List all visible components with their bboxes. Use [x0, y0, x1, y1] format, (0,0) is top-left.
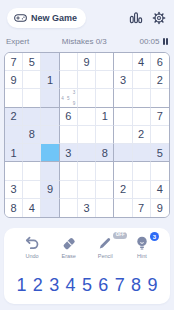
cell-r2c8[interactable] — [133, 71, 151, 89]
new-game-button[interactable]: New Game — [7, 8, 86, 28]
cell-r3c8[interactable] — [133, 89, 151, 107]
cell-r8c7[interactable]: 2 — [114, 181, 132, 199]
cell-r5c8[interactable]: 2 — [133, 126, 151, 144]
numpad-6[interactable]: 6 — [96, 275, 111, 296]
cell-r1c3[interactable] — [41, 53, 59, 71]
digit: 3 — [83, 202, 89, 214]
cell-r7c7[interactable] — [114, 162, 132, 180]
cell-r8c9[interactable]: 4 — [151, 181, 169, 199]
settings-button[interactable] — [151, 11, 166, 26]
cell-r6c6[interactable]: 8 — [96, 144, 114, 162]
cell-r5c6[interactable] — [96, 126, 114, 144]
cell-r5c7[interactable] — [114, 126, 132, 144]
cell-r1c6[interactable] — [96, 53, 114, 71]
cell-r2c4[interactable] — [60, 71, 78, 89]
cell-r5c2[interactable]: 8 — [23, 126, 41, 144]
timer-value: 00:05 — [139, 37, 159, 46]
cell-r8c8[interactable] — [133, 181, 151, 199]
digit: 4 — [157, 183, 163, 195]
digit: 2 — [120, 183, 126, 195]
toolbar-card: Undo Erase Pencil OFF — [4, 228, 170, 304]
numpad-7[interactable]: 7 — [112, 275, 127, 296]
cell-r3c9[interactable] — [151, 89, 169, 107]
cell-r5c5[interactable] — [78, 126, 96, 144]
cell-r3c2[interactable] — [23, 89, 41, 107]
digit: 7 — [11, 56, 17, 68]
cell-r6c3[interactable] — [41, 144, 59, 162]
cell-r1c5[interactable]: 9 — [78, 53, 96, 71]
digit: 4 — [138, 56, 144, 68]
cell-r3c1[interactable] — [5, 89, 23, 107]
undo-button[interactable]: Undo — [18, 235, 46, 259]
numpad-5[interactable]: 5 — [80, 275, 95, 296]
cell-r3c3[interactable] — [41, 89, 59, 107]
cell-r2c2[interactable] — [23, 71, 41, 89]
cell-r7c5[interactable] — [78, 162, 96, 180]
tools-row: Undo Erase Pencil OFF — [10, 235, 164, 259]
cell-r5c4[interactable] — [60, 126, 78, 144]
digit: 5 — [157, 147, 163, 159]
pencil-notes: 3459 — [60, 89, 77, 106]
cell-r4c9[interactable]: 7 — [151, 108, 169, 126]
hint-count-badge: 3 — [150, 232, 159, 241]
hint-label: Hint — [137, 253, 147, 259]
cell-r4c8[interactable] — [133, 108, 151, 126]
digit: 1 — [47, 74, 53, 86]
digit: 1 — [102, 110, 108, 122]
numpad-3[interactable]: 3 — [47, 275, 62, 296]
pencil-off-badge: OFF — [113, 232, 127, 239]
digit: 6 — [65, 110, 71, 122]
digit: 7 — [157, 110, 163, 122]
hint-bulb-icon — [134, 235, 150, 251]
cell-r8c4[interactable] — [60, 181, 78, 199]
cell-r7c9[interactable] — [151, 162, 169, 180]
numpad-9[interactable]: 9 — [145, 275, 160, 296]
numpad-4[interactable]: 4 — [63, 275, 78, 296]
cell-r4c2[interactable] — [23, 108, 41, 126]
cell-r9c1[interactable]: 8 — [5, 199, 23, 217]
numpad-2[interactable]: 2 — [30, 275, 45, 296]
cell-r9c7[interactable] — [114, 199, 132, 217]
digit: 8 — [102, 147, 108, 159]
cell-r1c2[interactable]: 5 — [23, 53, 41, 71]
cell-r9c2[interactable]: 4 — [23, 199, 41, 217]
digit: 9 — [47, 183, 53, 195]
cell-r7c1[interactable] — [5, 162, 23, 180]
cell-r1c8[interactable]: 4 — [133, 53, 151, 71]
cell-r4c5[interactable] — [78, 108, 96, 126]
cell-r4c1[interactable]: 2 — [5, 108, 23, 126]
cell-r8c5[interactable] — [78, 181, 96, 199]
cell-r2c3[interactable]: 1 — [41, 71, 59, 89]
eraser-icon — [61, 235, 77, 251]
number-pad: 123456789 — [10, 275, 164, 298]
cell-r2c1[interactable]: 9 — [5, 71, 23, 89]
digit: 7 — [138, 202, 144, 214]
digit: 3 — [11, 183, 17, 195]
cell-r2c9[interactable]: 2 — [151, 71, 169, 89]
cell-r6c4[interactable]: 3 — [60, 144, 78, 162]
digit: 9 — [11, 74, 17, 86]
digit: 3 — [65, 147, 71, 159]
cell-r8c3[interactable]: 9 — [41, 181, 59, 199]
top-right-icons — [128, 11, 167, 26]
cell-r8c2[interactable] — [23, 181, 41, 199]
cell-r6c5[interactable] — [78, 144, 96, 162]
digit: 6 — [157, 56, 163, 68]
cell-r9c3[interactable] — [41, 199, 59, 217]
cell-r4c7[interactable] — [114, 108, 132, 126]
cell-r7c6[interactable] — [96, 162, 114, 180]
cell-r2c6[interactable] — [96, 71, 114, 89]
cell-r1c1[interactable]: 7 — [5, 53, 23, 71]
digit: 1 — [11, 147, 17, 159]
numpad-8[interactable]: 8 — [129, 275, 144, 296]
cell-r3c7[interactable] — [114, 89, 132, 107]
hint-button[interactable]: Hint 3 — [128, 235, 156, 259]
cell-r7c8[interactable] — [133, 162, 151, 180]
cell-r5c9[interactable] — [151, 126, 169, 144]
cell-r4c3[interactable] — [41, 108, 59, 126]
bar-chart-icon — [129, 11, 143, 25]
cell-r2c5[interactable] — [78, 71, 96, 89]
sudoku-board: 75946913234592617821385392484379 — [4, 52, 170, 218]
pencil-label: Pencil — [98, 253, 113, 259]
cell-r5c3[interactable] — [41, 126, 59, 144]
statistics-button[interactable] — [128, 11, 143, 26]
cell-r9c4[interactable] — [60, 199, 78, 217]
cell-r6c8[interactable] — [133, 144, 151, 162]
cell-r6c9[interactable]: 5 — [151, 144, 169, 162]
digit: 8 — [11, 202, 17, 214]
cell-r3c5[interactable] — [78, 89, 96, 107]
undo-icon — [24, 235, 40, 251]
cell-r1c4[interactable] — [60, 53, 78, 71]
digit: 2 — [157, 74, 163, 86]
cell-r7c2[interactable] — [23, 162, 41, 180]
digit: 9 — [83, 56, 89, 68]
cell-r9c8[interactable]: 7 — [133, 199, 151, 217]
cell-r6c1[interactable]: 1 — [5, 144, 23, 162]
gamepad-icon — [14, 13, 27, 23]
cell-r8c1[interactable]: 3 — [5, 181, 23, 199]
digit: 5 — [29, 56, 35, 68]
cell-r4c6[interactable]: 1 — [96, 108, 114, 126]
pause-button[interactable] — [163, 38, 169, 45]
gear-icon — [152, 11, 166, 25]
undo-label: Undo — [25, 253, 38, 259]
cell-r7c3[interactable] — [41, 162, 59, 180]
digit: 3 — [120, 74, 126, 86]
cell-r8c6[interactable] — [96, 181, 114, 199]
cell-r5c1[interactable] — [5, 126, 23, 144]
cell-r9c5[interactable]: 3 — [78, 199, 96, 217]
mistakes-counter: Mistakes 0/3 — [62, 37, 107, 46]
digit: 2 — [11, 110, 17, 122]
cell-r2c7[interactable]: 3 — [114, 71, 132, 89]
cell-r7c4[interactable] — [60, 162, 78, 180]
cell-r6c2[interactable] — [23, 144, 41, 162]
cell-r1c9[interactable]: 6 — [151, 53, 169, 71]
digit: 4 — [29, 202, 35, 214]
cell-r6c7[interactable] — [114, 144, 132, 162]
cell-r9c9[interactable]: 9 — [151, 199, 169, 217]
top-bar: New Game — [0, 0, 174, 28]
erase-button[interactable]: Erase — [55, 235, 83, 259]
status-bar: Expert Mistakes 0/3 00:05 — [6, 36, 168, 46]
pencil-icon — [97, 235, 113, 251]
cell-r9c6[interactable] — [96, 199, 114, 217]
erase-label: Erase — [61, 253, 75, 259]
digit: 2 — [138, 128, 144, 140]
timer-area: 00:05 — [139, 37, 168, 46]
pause-icon — [163, 38, 165, 45]
cell-r3c4[interactable]: 3459 — [60, 89, 78, 107]
digit: 9 — [157, 202, 163, 214]
cell-r1c7[interactable] — [114, 53, 132, 71]
numpad-1[interactable]: 1 — [14, 275, 29, 296]
pencil-button[interactable]: Pencil OFF — [91, 235, 119, 259]
cell-r4c4[interactable]: 6 — [60, 108, 78, 126]
new-game-label: New Game — [31, 13, 77, 23]
difficulty-label: Expert — [6, 37, 29, 46]
digit: 8 — [29, 128, 35, 140]
sudoku-app: New Game — [0, 0, 174, 310]
cell-r3c6[interactable] — [96, 89, 114, 107]
